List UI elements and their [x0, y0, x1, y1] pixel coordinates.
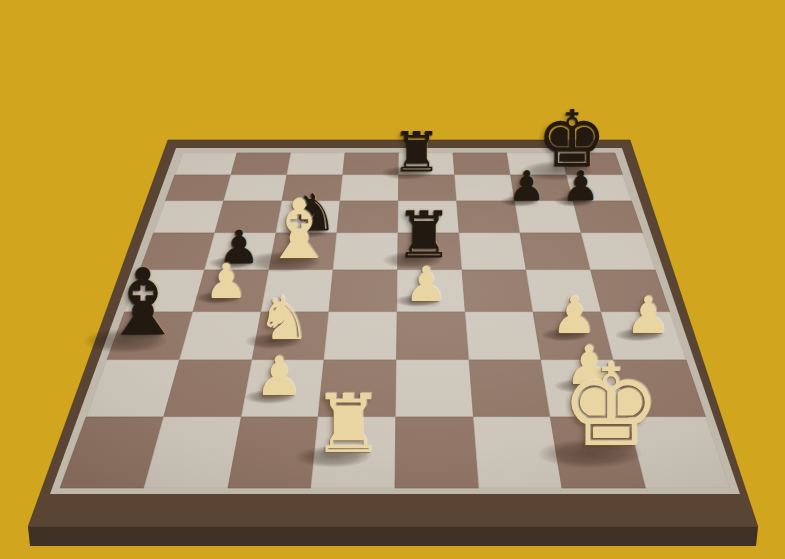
square-g5[interactable] — [520, 233, 591, 270]
white-pawn-c2[interactable]: ♟ — [255, 352, 303, 402]
square-a8[interactable] — [175, 153, 237, 175]
white-king-g1[interactable]: ♚ — [560, 355, 661, 459]
square-f4[interactable] — [462, 270, 533, 312]
square-h5[interactable] — [581, 233, 655, 270]
square-f5[interactable] — [459, 233, 526, 270]
square-c1[interactable] — [228, 417, 318, 488]
square-f1[interactable] — [474, 417, 563, 488]
white-rook-d1[interactable]: ♜ — [312, 387, 385, 462]
black-pawn-h7[interactable]: ♟ — [563, 168, 600, 206]
white-pawn-b4[interactable]: ♟ — [204, 259, 247, 303]
square-d3[interactable] — [324, 312, 397, 360]
square-b8[interactable] — [231, 153, 291, 175]
white-knight-c3[interactable]: ♞ — [257, 291, 311, 346]
white-pawn-h3[interactable]: ♟ — [625, 293, 671, 340]
square-a6[interactable] — [154, 201, 224, 233]
square-f7[interactable] — [455, 175, 515, 201]
black-bishop-a3[interactable]: ♝ — [102, 261, 184, 346]
black-rook-e8[interactable]: ♜ — [392, 127, 441, 178]
square-f3[interactable] — [465, 312, 541, 360]
square-f8[interactable] — [453, 153, 511, 175]
square-b3[interactable] — [180, 312, 262, 360]
square-e2[interactable] — [396, 360, 474, 417]
square-f2[interactable] — [469, 360, 550, 417]
white-pawn-e4[interactable]: ♟ — [404, 262, 447, 306]
square-e1[interactable] — [395, 417, 479, 488]
white-bishop-c5[interactable]: ♝ — [262, 192, 336, 267]
square-e3[interactable] — [397, 312, 470, 360]
white-pawn-g3[interactable]: ♟ — [551, 293, 597, 340]
board-frame-front-edge — [28, 527, 758, 546]
square-d5[interactable] — [333, 233, 398, 270]
square-d8[interactable] — [343, 153, 399, 175]
square-c8[interactable] — [287, 153, 345, 175]
black-pawn-g7[interactable]: ♟ — [509, 168, 546, 206]
square-a7[interactable] — [165, 175, 231, 201]
square-d4[interactable] — [329, 270, 398, 312]
square-d6[interactable] — [337, 201, 399, 233]
square-b2[interactable] — [164, 360, 252, 417]
chess-3d-scene: ♚♜♟♟♞♜♝♟♟♟♟♟♝♞♟♟♚♜ — [0, 0, 785, 559]
square-d7[interactable] — [340, 175, 399, 201]
